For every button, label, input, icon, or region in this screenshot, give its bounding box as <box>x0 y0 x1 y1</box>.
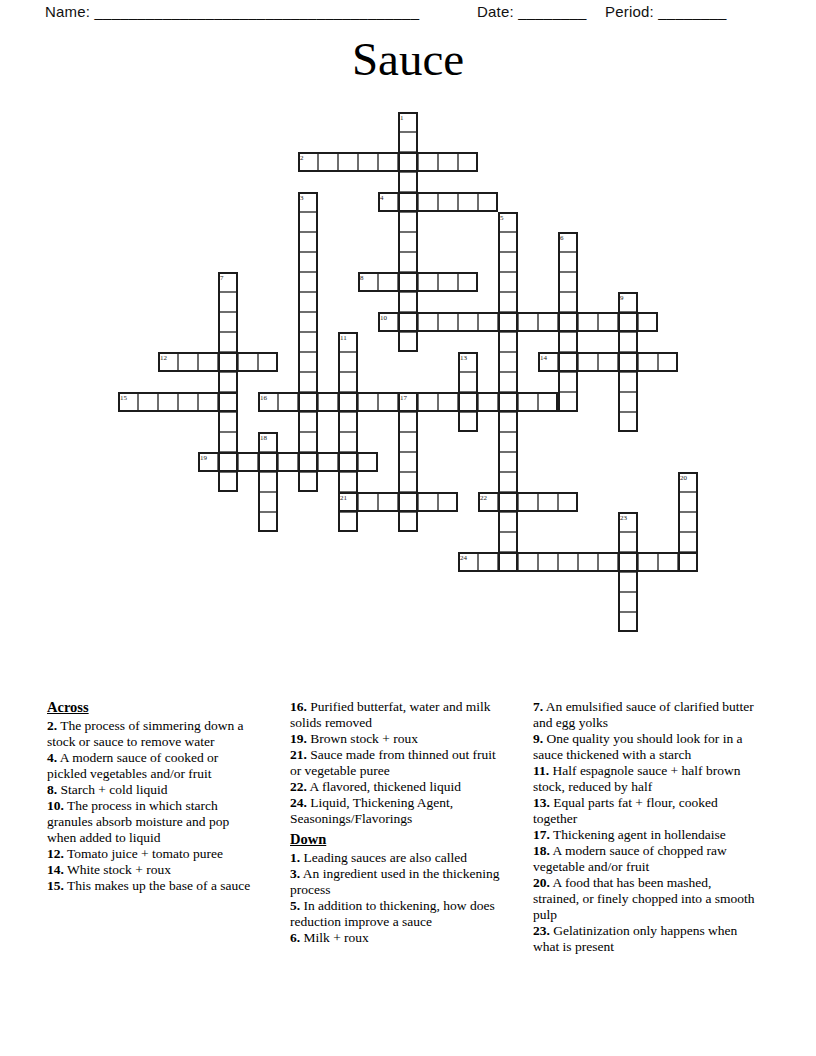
clue-column-2: 16. Purified butterfat, water and milk s… <box>290 699 504 946</box>
page-title: Sauce <box>0 30 816 88</box>
cell-27-12[interactable] <box>658 352 678 372</box>
clue-down-23: 23. Gelatinization only happens when wha… <box>533 923 757 955</box>
cell-18-22[interactable] <box>478 552 498 572</box>
cell-8-17[interactable] <box>278 452 298 472</box>
cell-20-14[interactable] <box>518 392 538 412</box>
cell-5-16[interactable] <box>218 432 238 452</box>
cell-22-11[interactable] <box>558 332 578 352</box>
crossword-worksheet-page: { "game": "crossword", "header": { "name… <box>0 0 816 1056</box>
cell-14-8[interactable] <box>398 272 418 292</box>
cell-16-8[interactable] <box>438 272 458 292</box>
cell-15-2[interactable] <box>418 152 438 172</box>
cell-9-8[interactable] <box>298 272 318 292</box>
cell-12-8[interactable] <box>358 272 378 292</box>
clue-across-12: 12. Tomato juice + tomato puree <box>47 846 260 862</box>
cell-26-22[interactable] <box>638 552 658 572</box>
period-label: Period: <box>605 3 654 20</box>
cell-11-14[interactable] <box>338 392 358 412</box>
cell-14-15[interactable] <box>398 412 418 432</box>
cell-17-12[interactable] <box>458 352 478 372</box>
cell-14-9[interactable] <box>398 292 418 312</box>
cell-14-2[interactable] <box>398 152 418 172</box>
cell-10-14[interactable] <box>318 392 338 412</box>
cell-14-10[interactable] <box>398 312 418 332</box>
clue-down-7: 7. An emulsified sauce of clarified butt… <box>533 699 757 731</box>
across-heading: Across <box>47 699 260 715</box>
cell-5-10[interactable] <box>218 312 238 332</box>
cell-23-22[interactable] <box>578 552 598 572</box>
cell-7-14[interactable] <box>258 392 278 412</box>
date-blank-line[interactable]: ________ <box>518 3 586 20</box>
cell-12-2[interactable] <box>358 152 378 172</box>
cell-19-17[interactable] <box>498 452 518 472</box>
cell-9-12[interactable] <box>298 352 318 372</box>
cell-12-14[interactable] <box>358 392 378 412</box>
cell-28-20[interactable] <box>678 512 698 532</box>
cell-7-20[interactable] <box>258 512 278 532</box>
cell-5-17[interactable] <box>218 452 238 472</box>
cell-5-11[interactable] <box>218 332 238 352</box>
cell-14-11[interactable] <box>398 332 418 352</box>
clue-across-16: 16. Purified butterfat, water and milk s… <box>290 699 504 731</box>
cell-14-7[interactable] <box>398 252 418 272</box>
cell-16-10[interactable] <box>438 312 458 332</box>
clue-number: 8. <box>47 782 57 797</box>
clue-number: 22. <box>290 779 307 794</box>
cell-25-12[interactable] <box>618 352 638 372</box>
cell-22-8[interactable] <box>558 272 578 292</box>
cell-17-22[interactable] <box>458 552 478 572</box>
cell-25-22[interactable] <box>618 552 638 572</box>
cell-9-5[interactable] <box>298 212 318 232</box>
clue-number: 1. <box>290 850 300 865</box>
cell-9-17[interactable] <box>298 452 318 472</box>
period-blank-line[interactable]: ________ <box>658 3 726 20</box>
cell-9-9[interactable] <box>298 292 318 312</box>
cell-14-6[interactable] <box>398 232 418 252</box>
cell-19-16[interactable] <box>498 432 518 452</box>
cell-11-17[interactable] <box>338 452 358 472</box>
clue-across-21: 21. Sauce made from thinned out fruit or… <box>290 747 504 779</box>
cell-7-17[interactable] <box>258 452 278 472</box>
cell-22-9[interactable] <box>558 292 578 312</box>
cell-14-18[interactable] <box>398 472 418 492</box>
clue-number: 13. <box>533 795 550 810</box>
clue-across-10: 10. The process in which starch granules… <box>47 798 260 846</box>
cell-22-13[interactable] <box>558 372 578 392</box>
clue-number: 11. <box>533 763 549 778</box>
cell-7-16[interactable] <box>258 432 278 452</box>
clue-number: 6. <box>290 930 300 945</box>
cell-19-5[interactable] <box>498 212 518 232</box>
clue-number: 12. <box>47 846 64 861</box>
cell-20-19[interactable] <box>518 492 538 512</box>
cell-15-8[interactable] <box>418 272 438 292</box>
cell-5-8[interactable] <box>218 272 238 292</box>
clue-down-5: 5. In addition to thickening, how does r… <box>290 898 504 930</box>
cell-14-16[interactable] <box>398 432 418 452</box>
cell-25-10[interactable] <box>618 312 638 332</box>
cell-14-5[interactable] <box>398 212 418 232</box>
cell-10-2[interactable] <box>318 152 338 172</box>
cell-9-13[interactable] <box>298 372 318 392</box>
clue-down-9: 9. One quality you should look for in a … <box>533 731 757 763</box>
cell-17-14[interactable] <box>458 392 478 412</box>
cell-5-15[interactable] <box>218 412 238 432</box>
cell-26-10[interactable] <box>638 312 658 332</box>
period-field: Period: ________ <box>605 3 727 20</box>
cell-15-19[interactable] <box>418 492 438 512</box>
cell-9-11[interactable] <box>298 332 318 352</box>
cell-9-16[interactable] <box>298 432 318 452</box>
cell-3-14[interactable] <box>178 392 198 412</box>
cell-12-19[interactable] <box>358 492 378 512</box>
cell-13-4[interactable] <box>378 192 398 212</box>
cell-14-0[interactable] <box>398 112 418 132</box>
cell-11-18[interactable] <box>338 472 358 492</box>
cell-15-10[interactable] <box>418 312 438 332</box>
name-blank-line[interactable]: ______________________________________ <box>95 3 420 20</box>
clue-down-11: 11. Half espagnole sauce + half brown st… <box>533 763 757 795</box>
cell-14-1[interactable] <box>398 132 418 152</box>
cell-0-14[interactable] <box>118 392 138 412</box>
clue-across-8: 8. Starch + cold liquid <box>47 782 260 798</box>
cell-25-9[interactable] <box>618 292 638 312</box>
cell-4-14[interactable] <box>198 392 218 412</box>
cell-6-17[interactable] <box>238 452 258 472</box>
clue-across-15: 15. This makes up the base of a sauce <box>47 878 260 894</box>
cell-19-7[interactable] <box>498 252 518 272</box>
cell-1-14[interactable] <box>138 392 158 412</box>
clue-number: 24. <box>290 795 307 810</box>
cell-11-16[interactable] <box>338 432 358 452</box>
cell-16-19[interactable] <box>438 492 458 512</box>
cell-25-13[interactable] <box>618 372 638 392</box>
cell-19-6[interactable] <box>498 232 518 252</box>
cell-11-2[interactable] <box>338 152 358 172</box>
cell-16-2[interactable] <box>438 152 458 172</box>
cell-13-10[interactable] <box>378 312 398 332</box>
clue-down-6: 6. Milk + roux <box>290 930 504 946</box>
cell-11-12[interactable] <box>338 352 358 372</box>
cell-19-10[interactable] <box>498 312 518 332</box>
cell-14-20[interactable] <box>398 512 418 532</box>
cell-17-13[interactable] <box>458 372 478 392</box>
cell-19-19[interactable] <box>498 492 518 512</box>
cell-4-17[interactable] <box>198 452 218 472</box>
cell-18-4[interactable] <box>478 192 498 212</box>
cell-7-12[interactable] <box>258 352 278 372</box>
clue-down-18: 18. A modern sauce of chopped raw vegeta… <box>533 843 757 875</box>
cell-22-7[interactable] <box>558 252 578 272</box>
name-label: Name: <box>45 3 90 20</box>
clue-number: 23. <box>533 923 550 938</box>
clue-across-2: 2. The process of simmering down a stock… <box>47 718 260 750</box>
clue-number: 17. <box>533 827 550 842</box>
clue-across-4: 4. A modern sauce of cooked or pickled v… <box>47 750 260 782</box>
cell-19-8[interactable] <box>498 272 518 292</box>
cell-19-21[interactable] <box>498 532 518 552</box>
cell-25-21[interactable] <box>618 532 638 552</box>
clue-number: 3. <box>290 866 300 881</box>
clue-number: 14. <box>47 862 64 877</box>
name-field: Name: __________________________________… <box>45 3 419 20</box>
cell-25-11[interactable] <box>618 332 638 352</box>
cell-14-19[interactable] <box>398 492 418 512</box>
clue-number: 20. <box>533 875 550 890</box>
clue-across-14: 14. White stock + roux <box>47 862 260 878</box>
cell-5-13[interactable] <box>218 372 238 392</box>
cell-9-6[interactable] <box>298 232 318 252</box>
cell-22-14[interactable] <box>558 392 578 412</box>
crossword-grid: 123456789101112131415161718192021222324 <box>118 112 698 632</box>
cell-17-8[interactable] <box>458 272 478 292</box>
cell-24-22[interactable] <box>598 552 618 572</box>
clue-number: 5. <box>290 898 300 913</box>
cell-9-4[interactable] <box>298 192 318 212</box>
clue-number: 16. <box>290 699 307 714</box>
cell-12-17[interactable] <box>358 452 378 472</box>
cell-18-14[interactable] <box>478 392 498 412</box>
clue-across-22: 22. A flavored, thickened liquid <box>290 779 504 795</box>
cell-2-14[interactable] <box>158 392 178 412</box>
cell-19-15[interactable] <box>498 412 518 432</box>
cell-17-10[interactable] <box>458 312 478 332</box>
cell-13-8[interactable] <box>378 272 398 292</box>
cell-23-12[interactable] <box>578 352 598 372</box>
clue-number: 4. <box>47 750 57 765</box>
cell-18-19[interactable] <box>478 492 498 512</box>
cell-19-12[interactable] <box>498 352 518 372</box>
cell-9-14[interactable] <box>298 392 318 412</box>
cell-7-19[interactable] <box>258 492 278 512</box>
cell-11-11[interactable] <box>338 332 358 352</box>
cell-9-2[interactable] <box>298 152 318 172</box>
cell-5-18[interactable] <box>218 472 238 492</box>
clue-number: 21. <box>290 747 307 762</box>
cell-14-14[interactable] <box>398 392 418 412</box>
cell-14-3[interactable] <box>398 172 418 192</box>
clue-number: 15. <box>47 878 64 893</box>
cell-21-22[interactable] <box>538 552 558 572</box>
cell-14-17[interactable] <box>398 452 418 472</box>
cell-19-14[interactable] <box>498 392 518 412</box>
cell-5-9[interactable] <box>218 292 238 312</box>
cell-17-4[interactable] <box>458 192 478 212</box>
cell-19-22[interactable] <box>498 552 518 572</box>
cell-14-4[interactable] <box>398 192 418 212</box>
cell-28-22[interactable] <box>678 552 698 572</box>
cell-25-24[interactable] <box>618 592 638 612</box>
clue-down-17: 17. Thickening agent in hollendaise <box>533 827 757 843</box>
cell-22-12[interactable] <box>558 352 578 372</box>
clue-across-24: 24. Liquid, Thickening Agent, Seasonings… <box>290 795 504 827</box>
cell-24-10[interactable] <box>598 312 618 332</box>
cell-22-10[interactable] <box>558 312 578 332</box>
cell-17-15[interactable] <box>458 412 478 432</box>
cell-21-14[interactable] <box>538 392 558 412</box>
clue-down-20: 20. A food that has been mashed, straine… <box>533 875 757 923</box>
cell-15-4[interactable] <box>418 192 438 212</box>
clue-number: 19. <box>290 731 307 746</box>
cell-22-19[interactable] <box>558 492 578 512</box>
cell-13-14[interactable] <box>378 392 398 412</box>
cell-5-14[interactable] <box>218 392 238 412</box>
cell-21-10[interactable] <box>538 312 558 332</box>
clue-down-1: 1. Leading sauces are also called <box>290 850 504 866</box>
cell-11-20[interactable] <box>338 512 358 532</box>
clue-number: 18. <box>533 843 550 858</box>
cell-11-15[interactable] <box>338 412 358 432</box>
clue-down-3: 3. An ingredient used in the thickening … <box>290 866 504 898</box>
cell-9-7[interactable] <box>298 252 318 272</box>
date-field: Date: ________ <box>477 3 587 20</box>
cell-8-14[interactable] <box>278 392 298 412</box>
cell-27-22[interactable] <box>658 552 678 572</box>
cell-25-15[interactable] <box>618 412 638 432</box>
cell-20-22[interactable] <box>518 552 538 572</box>
cell-5-12[interactable] <box>218 352 238 372</box>
cell-23-10[interactable] <box>578 312 598 332</box>
cell-19-20[interactable] <box>498 512 518 532</box>
cell-21-19[interactable] <box>538 492 558 512</box>
date-label: Date: <box>477 3 514 20</box>
cell-2-12[interactable] <box>158 352 178 372</box>
cell-6-12[interactable] <box>238 352 258 372</box>
cell-19-18[interactable] <box>498 472 518 492</box>
cell-22-22[interactable] <box>558 552 578 572</box>
cell-26-12[interactable] <box>638 352 658 372</box>
down-heading: Down <box>290 831 504 847</box>
cell-13-19[interactable] <box>378 492 398 512</box>
clue-number: 9. <box>533 731 543 746</box>
cell-20-10[interactable] <box>518 312 538 332</box>
cell-24-12[interactable] <box>598 352 618 372</box>
cell-25-23[interactable] <box>618 572 638 592</box>
cell-10-17[interactable] <box>318 452 338 472</box>
cell-15-14[interactable] <box>418 392 438 412</box>
cell-25-14[interactable] <box>618 392 638 412</box>
cell-22-6[interactable] <box>558 232 578 252</box>
cell-18-10[interactable] <box>478 312 498 332</box>
cell-19-13[interactable] <box>498 372 518 392</box>
cell-21-12[interactable] <box>538 352 558 372</box>
cell-28-19[interactable] <box>678 492 698 512</box>
cell-17-2[interactable] <box>458 152 478 172</box>
cell-25-20[interactable] <box>618 512 638 532</box>
cell-28-21[interactable] <box>678 532 698 552</box>
cell-4-12[interactable] <box>198 352 218 372</box>
cell-16-4[interactable] <box>438 192 458 212</box>
cell-7-18[interactable] <box>258 472 278 492</box>
cell-9-18[interactable] <box>298 472 318 492</box>
clue-column-1: Across2. The process of simmering down a… <box>47 699 260 894</box>
cell-11-13[interactable] <box>338 372 358 392</box>
clue-number: 2. <box>47 718 57 733</box>
clue-number: 10. <box>47 798 64 813</box>
cell-16-14[interactable] <box>438 392 458 412</box>
cell-11-19[interactable] <box>338 492 358 512</box>
cell-13-2[interactable] <box>378 152 398 172</box>
clue-across-19: 19. Brown stock + roux <box>290 731 504 747</box>
clue-down-13: 13. Equal parts fat + flour, cooked toge… <box>533 795 757 827</box>
cell-9-10[interactable] <box>298 312 318 332</box>
cell-19-11[interactable] <box>498 332 518 352</box>
clue-number: 7. <box>533 699 543 714</box>
cell-3-12[interactable] <box>178 352 198 372</box>
cell-28-18[interactable] <box>678 472 698 492</box>
cell-19-9[interactable] <box>498 292 518 312</box>
clue-column-3: 7. An emulsified sauce of clarified butt… <box>533 699 757 955</box>
cell-25-25[interactable] <box>618 612 638 632</box>
cell-9-15[interactable] <box>298 412 318 432</box>
